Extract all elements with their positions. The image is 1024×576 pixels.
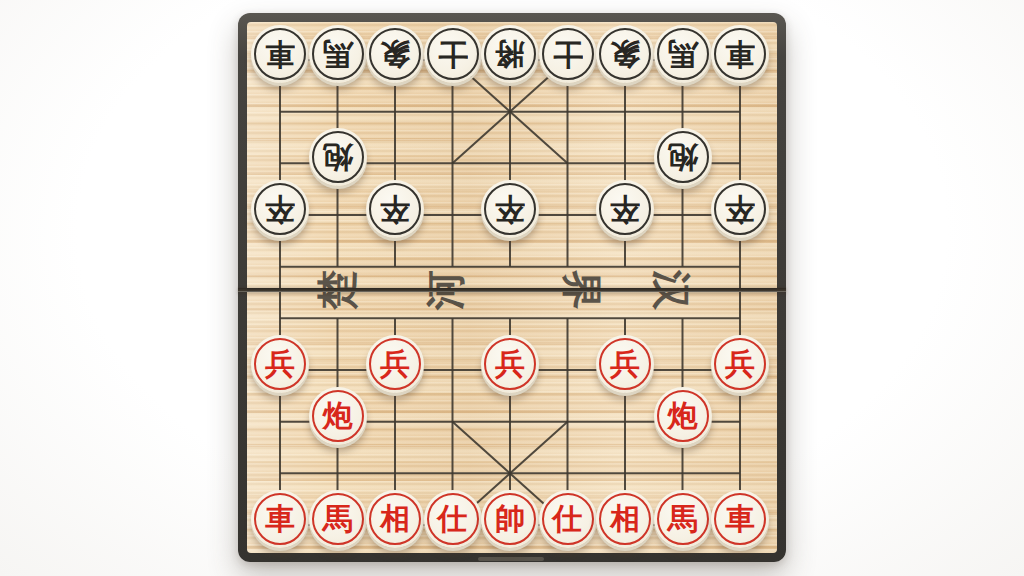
piece-black-cannon[interactable]: 炮	[309, 128, 367, 186]
piece-character: 炮	[323, 401, 353, 431]
piece-character: 卒	[380, 194, 410, 224]
photo-background: 楚 河 界 汉 車馬象士將士象馬車炮炮卒卒卒卒卒兵兵兵兵兵炮炮車馬相仕帥仕相馬車	[0, 0, 1024, 576]
piece-character: 馬	[668, 504, 698, 534]
piece-character: 馬	[323, 39, 353, 69]
hinge-seam	[238, 288, 786, 292]
piece-red-advisor[interactable]: 仕	[539, 490, 597, 548]
piece-black-general[interactable]: 將	[481, 25, 539, 83]
piece-character: 馬	[323, 504, 353, 534]
piece-character: 兵	[725, 349, 755, 379]
piece-black-advisor[interactable]: 士	[424, 25, 482, 83]
piece-red-cannon[interactable]: 炮	[654, 387, 712, 445]
piece-red-soldier[interactable]: 兵	[711, 335, 769, 393]
piece-character: 仕	[438, 504, 468, 534]
piece-character: 士	[553, 39, 583, 69]
clasp-notch	[478, 557, 544, 561]
piece-black-elephant[interactable]: 象	[596, 25, 654, 83]
piece-red-horse[interactable]: 馬	[654, 490, 712, 548]
piece-character: 象	[380, 39, 410, 69]
piece-red-horse[interactable]: 馬	[309, 490, 367, 548]
piece-character: 卒	[495, 194, 525, 224]
piece-character: 車	[725, 39, 755, 69]
piece-red-chariot[interactable]: 車	[251, 490, 309, 548]
piece-red-advisor[interactable]: 仕	[424, 490, 482, 548]
piece-red-soldier[interactable]: 兵	[596, 335, 654, 393]
piece-red-chariot[interactable]: 車	[711, 490, 769, 548]
piece-black-soldier[interactable]: 卒	[251, 180, 309, 238]
piece-character: 象	[610, 39, 640, 69]
piece-red-soldier[interactable]: 兵	[366, 335, 424, 393]
piece-character: 帥	[495, 504, 525, 534]
piece-black-soldier[interactable]: 卒	[711, 180, 769, 238]
piece-black-elephant[interactable]: 象	[366, 25, 424, 83]
piece-character: 兵	[495, 349, 525, 379]
piece-character: 卒	[610, 194, 640, 224]
piece-black-chariot[interactable]: 車	[251, 25, 309, 83]
piece-red-soldier[interactable]: 兵	[251, 335, 309, 393]
xiangqi-board: 楚 河 界 汉 車馬象士將士象馬車炮炮卒卒卒卒卒兵兵兵兵兵炮炮車馬相仕帥仕相馬車	[238, 13, 786, 562]
piece-character: 士	[438, 39, 468, 69]
piece-character: 相	[610, 504, 640, 534]
piece-black-advisor[interactable]: 士	[539, 25, 597, 83]
piece-character: 仕	[553, 504, 583, 534]
piece-character: 車	[725, 504, 755, 534]
piece-character: 兵	[380, 349, 410, 379]
piece-character: 兵	[265, 349, 295, 379]
piece-red-cannon[interactable]: 炮	[309, 387, 367, 445]
piece-black-horse[interactable]: 馬	[309, 25, 367, 83]
piece-character: 馬	[668, 39, 698, 69]
piece-black-cannon[interactable]: 炮	[654, 128, 712, 186]
piece-black-horse[interactable]: 馬	[654, 25, 712, 83]
piece-character: 卒	[725, 194, 755, 224]
piece-black-chariot[interactable]: 車	[711, 25, 769, 83]
piece-character: 將	[495, 39, 525, 69]
piece-red-elephant[interactable]: 相	[366, 490, 424, 548]
piece-character: 卒	[265, 194, 295, 224]
piece-character: 炮	[668, 142, 698, 172]
piece-character: 兵	[610, 349, 640, 379]
piece-character: 炮	[668, 401, 698, 431]
piece-character: 相	[380, 504, 410, 534]
piece-character: 車	[265, 39, 295, 69]
piece-character: 車	[265, 504, 295, 534]
piece-black-soldier[interactable]: 卒	[596, 180, 654, 238]
piece-red-soldier[interactable]: 兵	[481, 335, 539, 393]
piece-red-general[interactable]: 帥	[481, 490, 539, 548]
piece-character: 炮	[323, 142, 353, 172]
piece-black-soldier[interactable]: 卒	[481, 180, 539, 238]
piece-red-elephant[interactable]: 相	[596, 490, 654, 548]
piece-black-soldier[interactable]: 卒	[366, 180, 424, 238]
